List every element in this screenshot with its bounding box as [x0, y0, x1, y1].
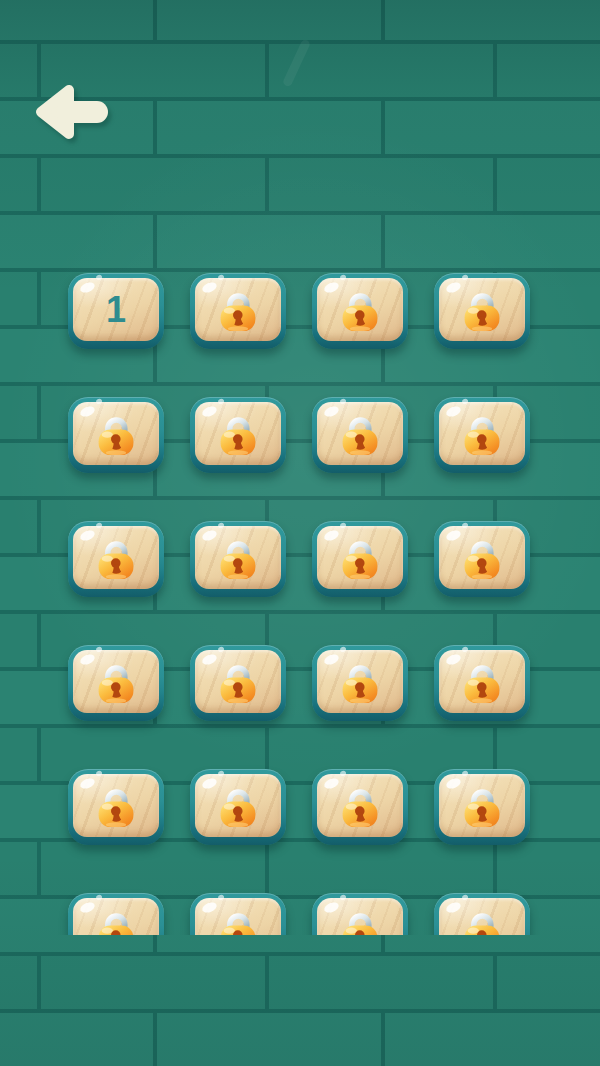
- back-button[interactable]: [33, 80, 109, 144]
- level-button-face: [195, 526, 281, 589]
- lock-icon: [94, 782, 139, 827]
- lock-icon: [460, 782, 505, 827]
- lock-icon: [216, 658, 261, 703]
- level-button-14[interactable]: [190, 645, 286, 721]
- level-button-21[interactable]: [68, 893, 164, 935]
- lock-icon: [94, 906, 139, 935]
- level-button-face: [73, 402, 159, 465]
- level-button-23[interactable]: [312, 893, 408, 935]
- lock-icon: [216, 410, 261, 455]
- level-button-6[interactable]: [190, 397, 286, 473]
- level-button-22[interactable]: [190, 893, 286, 935]
- level-button-face: [317, 526, 403, 589]
- level-button-20[interactable]: [434, 769, 530, 845]
- level-button-face: [439, 402, 525, 465]
- level-grid-clip: 1: [0, 273, 600, 935]
- level-button-16[interactable]: [434, 645, 530, 721]
- level-button-face: [73, 650, 159, 713]
- lock-icon: [338, 534, 383, 579]
- level-button-face: [317, 774, 403, 837]
- level-button-face: [317, 650, 403, 713]
- level-button-face: [195, 774, 281, 837]
- lock-icon: [94, 658, 139, 703]
- lock-icon: [216, 534, 261, 579]
- lock-icon: [216, 286, 261, 331]
- lock-icon: [338, 906, 383, 935]
- level-button-face: [195, 278, 281, 341]
- level-button-face: [195, 402, 281, 465]
- level-button-face: [439, 650, 525, 713]
- level-button-face: 1: [73, 278, 159, 341]
- level-button-19[interactable]: [312, 769, 408, 845]
- level-button-3[interactable]: [312, 273, 408, 349]
- level-button-face: [73, 526, 159, 589]
- lock-icon: [460, 534, 505, 579]
- level-button-15[interactable]: [312, 645, 408, 721]
- level-button-2[interactable]: [190, 273, 286, 349]
- level-grid: 1: [68, 273, 600, 935]
- lock-icon: [460, 410, 505, 455]
- level-number: 1: [73, 278, 159, 341]
- level-button-face: [439, 278, 525, 341]
- lock-icon: [94, 410, 139, 455]
- level-button-face: [195, 650, 281, 713]
- lock-icon: [460, 658, 505, 703]
- lock-icon: [94, 534, 139, 579]
- level-button-18[interactable]: [190, 769, 286, 845]
- level-button-face: [439, 774, 525, 837]
- level-button-face: [73, 774, 159, 837]
- level-button-face: [439, 898, 525, 935]
- lock-icon: [338, 782, 383, 827]
- lock-icon: [338, 286, 383, 331]
- level-button-5[interactable]: [68, 397, 164, 473]
- level-button-1[interactable]: 1: [68, 273, 164, 349]
- lock-icon: [216, 906, 261, 935]
- level-button-11[interactable]: [312, 521, 408, 597]
- level-button-face: [195, 898, 281, 935]
- level-button-13[interactable]: [68, 645, 164, 721]
- lock-icon: [460, 286, 505, 331]
- level-button-face: [73, 898, 159, 935]
- lock-icon: [460, 906, 505, 935]
- level-button-4[interactable]: [434, 273, 530, 349]
- lock-icon: [216, 782, 261, 827]
- back-arrow-icon: [33, 80, 109, 144]
- lock-icon: [338, 410, 383, 455]
- level-button-face: [317, 402, 403, 465]
- lock-icon: [338, 658, 383, 703]
- level-button-8[interactable]: [434, 397, 530, 473]
- level-button-face: [317, 278, 403, 341]
- level-button-10[interactable]: [190, 521, 286, 597]
- level-button-12[interactable]: [434, 521, 530, 597]
- level-button-7[interactable]: [312, 397, 408, 473]
- level-button-9[interactable]: [68, 521, 164, 597]
- level-button-face: [439, 526, 525, 589]
- level-button-17[interactable]: [68, 769, 164, 845]
- level-button-24[interactable]: [434, 893, 530, 935]
- level-select-screen: 1: [0, 0, 600, 1066]
- level-button-face: [317, 898, 403, 935]
